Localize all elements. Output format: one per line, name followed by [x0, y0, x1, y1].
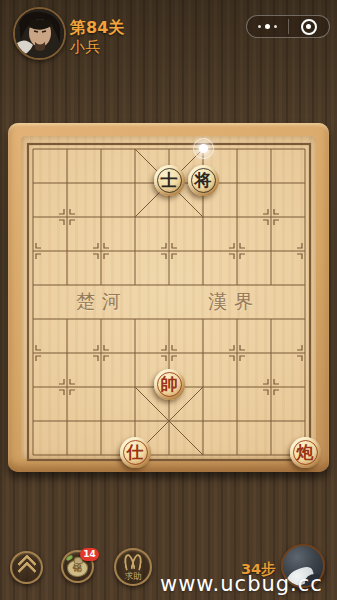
piece-character: 炮 — [297, 444, 314, 461]
watermark-text: www.ucbug.cc — [160, 572, 323, 596]
piece-red-general[interactable]: 帥 — [154, 369, 185, 400]
piece-red-cannon[interactable]: 炮 — [290, 437, 321, 468]
hint-bag-icon: 锦 — [67, 560, 88, 577]
player-rank-label: 小兵 — [70, 38, 100, 57]
hint-bag-button[interactable]: 锦 14 — [61, 550, 94, 583]
more-dots-icon — [274, 25, 277, 28]
wechat-capsule — [246, 15, 330, 38]
praying-hands-icon — [124, 554, 142, 570]
piece-character: 仕 — [127, 444, 144, 461]
river-label-right: 漢界 — [208, 289, 260, 315]
collapse-menu-button[interactable] — [10, 551, 43, 584]
piece-character: 士 — [161, 172, 178, 189]
more-dots-icon — [258, 25, 261, 28]
more-button[interactable] — [247, 16, 288, 37]
home-circle-icon — [301, 19, 317, 35]
bag-character: 锦 — [73, 564, 82, 573]
piece-black-advisor[interactable]: 士 — [154, 165, 185, 196]
leaf-icon — [65, 555, 73, 562]
more-dots-icon — [265, 24, 270, 29]
level-label: 第84关 — [70, 18, 124, 39]
avatar-portrait — [15, 9, 64, 58]
help-label: 求助 — [125, 572, 142, 581]
piece-black-general[interactable]: 将 — [188, 165, 219, 196]
ask-help-button[interactable]: 求助 — [114, 548, 152, 586]
river-label-left: 楚河 — [76, 289, 128, 315]
close-button[interactable] — [289, 16, 330, 37]
move-highlight-dot — [199, 144, 208, 153]
player-avatar[interactable] — [13, 7, 66, 60]
piece-red-advisor[interactable]: 仕 — [120, 437, 151, 468]
app-screen: 第84关 小兵 楚河 漢界 士将帥仕炮 锦 14 — [0, 0, 337, 600]
hint-count-badge: 14 — [80, 548, 99, 561]
piece-character: 帥 — [161, 376, 178, 393]
piece-character: 将 — [195, 172, 212, 189]
